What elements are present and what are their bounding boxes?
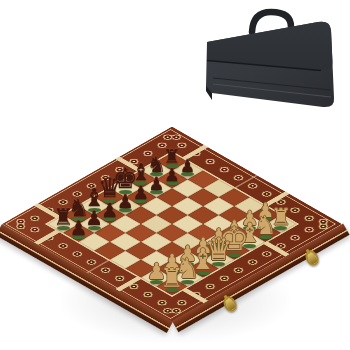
carry-case: [198, 6, 343, 118]
product-photo: ♜♞♝♛♚♝♞♜♟♟♟♟♟♟♟♟♟♟♟♟♟♟♟♟♜♞♝♛♚♝♞♜: [0, 0, 350, 350]
